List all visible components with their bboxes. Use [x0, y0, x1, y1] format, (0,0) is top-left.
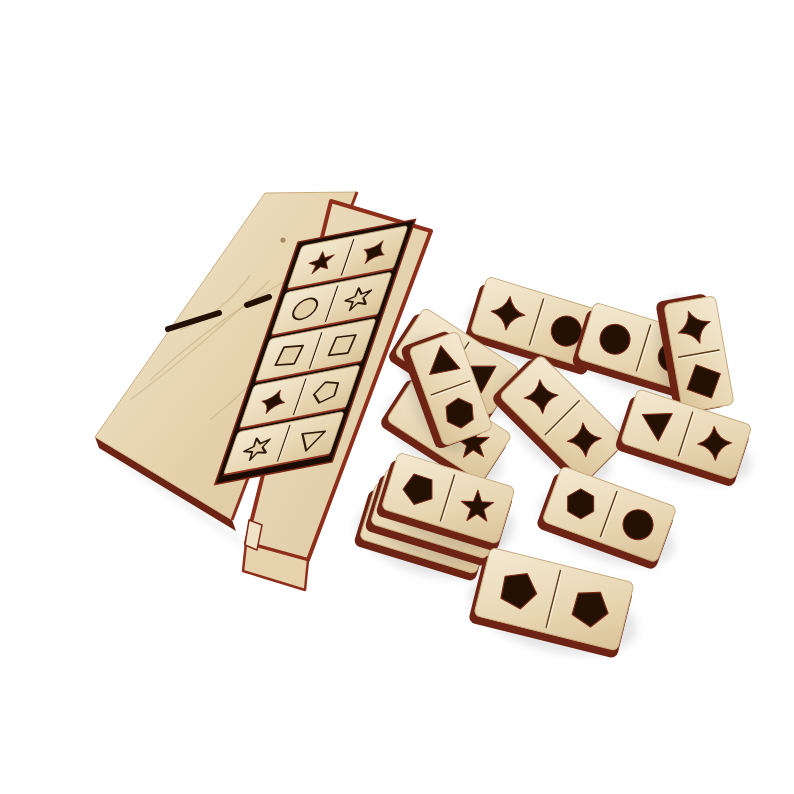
- wood-knot: [280, 237, 285, 242]
- product-photo-scene: [0, 0, 794, 794]
- scene-svg: [0, 0, 794, 794]
